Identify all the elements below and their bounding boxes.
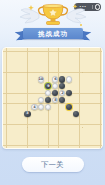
banner-title: 挑战成功	[38, 29, 68, 38]
next-level-button[interactable]: 下一关	[22, 157, 84, 172]
black-stone-3: 3	[24, 111, 30, 117]
challenge-success-screen: •••	[0, 0, 105, 185]
capsule-divider	[92, 5, 93, 10]
success-banner: 挑战成功	[15, 27, 91, 41]
white-stone-6: 6	[52, 76, 58, 82]
white-stone	[66, 76, 72, 82]
white-stone-10: 10	[38, 76, 44, 82]
next-level-label: 下一关	[41, 160, 64, 169]
black-stone	[73, 111, 79, 117]
gomoku-board[interactable]: 10692843	[2, 47, 103, 149]
close-circle-icon[interactable]	[95, 4, 100, 9]
white-stone-4: 4	[31, 104, 37, 110]
black-stone	[59, 76, 65, 82]
